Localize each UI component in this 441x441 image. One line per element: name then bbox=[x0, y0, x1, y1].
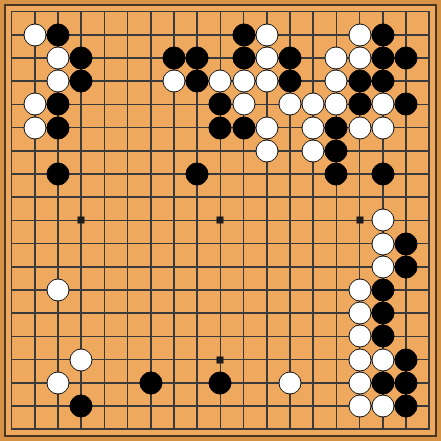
stone-black bbox=[348, 93, 371, 116]
stone-white bbox=[302, 93, 325, 116]
grid-line-vertical bbox=[428, 11, 430, 430]
stone-black bbox=[70, 395, 93, 418]
stone-white bbox=[255, 116, 278, 139]
grid-line-horizontal bbox=[11, 243, 430, 245]
stone-white bbox=[47, 371, 70, 394]
star-point bbox=[356, 217, 363, 224]
stone-white bbox=[279, 371, 302, 394]
stone-black bbox=[371, 47, 394, 70]
stone-white bbox=[23, 116, 46, 139]
stone-black bbox=[395, 395, 418, 418]
stone-black bbox=[371, 163, 394, 186]
stone-white bbox=[348, 325, 371, 348]
stone-black bbox=[395, 47, 418, 70]
stone-white bbox=[325, 93, 348, 116]
stone-white bbox=[371, 209, 394, 232]
stone-white bbox=[371, 255, 394, 278]
stone-black bbox=[186, 47, 209, 70]
stone-black bbox=[209, 371, 232, 394]
stone-black bbox=[395, 348, 418, 371]
stone-white bbox=[47, 70, 70, 93]
stone-white bbox=[255, 70, 278, 93]
star-point bbox=[217, 217, 224, 224]
stone-black bbox=[70, 70, 93, 93]
stone-black bbox=[47, 163, 70, 186]
stone-black bbox=[371, 325, 394, 348]
stone-black bbox=[371, 70, 394, 93]
stone-white bbox=[371, 395, 394, 418]
stone-white bbox=[255, 47, 278, 70]
stone-white bbox=[348, 348, 371, 371]
stone-black bbox=[163, 47, 186, 70]
stone-black bbox=[186, 70, 209, 93]
stone-black bbox=[325, 116, 348, 139]
stone-black bbox=[186, 163, 209, 186]
stone-white bbox=[371, 93, 394, 116]
stone-white bbox=[371, 348, 394, 371]
stone-white bbox=[232, 70, 255, 93]
stone-black bbox=[232, 116, 255, 139]
stone-black bbox=[232, 23, 255, 46]
stone-white bbox=[47, 279, 70, 302]
stone-black bbox=[232, 47, 255, 70]
stone-black bbox=[47, 116, 70, 139]
stone-white bbox=[23, 23, 46, 46]
stone-white bbox=[163, 70, 186, 93]
stone-black bbox=[209, 93, 232, 116]
stone-white bbox=[325, 47, 348, 70]
stone-black bbox=[371, 302, 394, 325]
stone-black bbox=[371, 371, 394, 394]
stone-black bbox=[325, 163, 348, 186]
grid-line-vertical bbox=[312, 11, 314, 430]
stone-white bbox=[348, 302, 371, 325]
stone-black bbox=[47, 23, 70, 46]
stone-black bbox=[209, 116, 232, 139]
grid-line-horizontal bbox=[11, 428, 430, 430]
star-point bbox=[78, 217, 85, 224]
stone-white bbox=[255, 23, 278, 46]
stone-white bbox=[209, 70, 232, 93]
stone-black bbox=[348, 70, 371, 93]
stone-black bbox=[70, 47, 93, 70]
stone-white bbox=[232, 93, 255, 116]
stone-white bbox=[302, 116, 325, 139]
stone-white bbox=[302, 139, 325, 162]
stone-white bbox=[325, 70, 348, 93]
stone-black bbox=[325, 139, 348, 162]
stone-black bbox=[371, 279, 394, 302]
go-board bbox=[0, 0, 441, 441]
stone-white bbox=[348, 395, 371, 418]
stone-white bbox=[348, 47, 371, 70]
stone-white bbox=[279, 93, 302, 116]
stone-black bbox=[395, 93, 418, 116]
stone-white bbox=[348, 116, 371, 139]
star-point bbox=[217, 356, 224, 363]
stone-black bbox=[371, 23, 394, 46]
stone-white bbox=[255, 139, 278, 162]
stone-white bbox=[70, 348, 93, 371]
grid-line-horizontal bbox=[11, 266, 430, 268]
stone-black bbox=[395, 232, 418, 255]
stone-black bbox=[279, 47, 302, 70]
stone-black bbox=[139, 371, 162, 394]
stone-black bbox=[279, 70, 302, 93]
stone-black bbox=[395, 371, 418, 394]
stone-white bbox=[47, 47, 70, 70]
stone-white bbox=[348, 23, 371, 46]
stone-white bbox=[371, 232, 394, 255]
stone-white bbox=[348, 279, 371, 302]
stone-white bbox=[23, 93, 46, 116]
stone-black bbox=[47, 93, 70, 116]
stone-black bbox=[395, 255, 418, 278]
stone-white bbox=[348, 371, 371, 394]
stone-white bbox=[371, 116, 394, 139]
